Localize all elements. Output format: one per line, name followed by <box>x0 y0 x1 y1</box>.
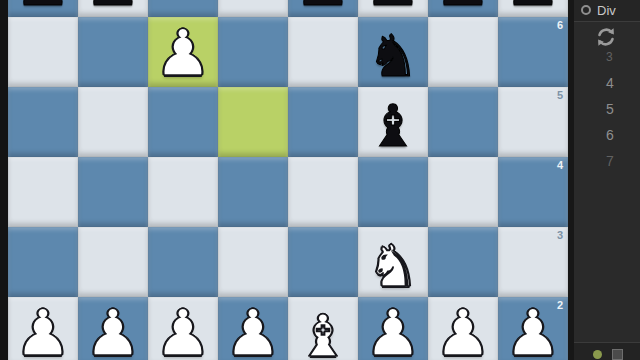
white-pawn: ♟ <box>218 297 288 360</box>
square-h4[interactable]: 4 <box>498 157 568 227</box>
square-d4[interactable] <box>218 157 288 227</box>
square-e6[interactable] <box>288 17 358 87</box>
square-h7[interactable]: ♟ <box>498 0 568 17</box>
black-bishop: ♝ <box>358 87 428 157</box>
black-pawn: ♟ <box>498 0 568 17</box>
black-pawn: ♟ <box>8 0 78 17</box>
sidebar-edge-strip <box>568 0 574 360</box>
square-a4[interactable] <box>8 157 78 227</box>
square-b2[interactable]: ♟ <box>78 297 148 360</box>
rank-label-3: 3 <box>557 229 563 241</box>
rank-label-4: 4 <box>557 159 563 171</box>
square-b3[interactable] <box>78 227 148 297</box>
black-pawn: ♟ <box>428 0 498 17</box>
white-pawn: ♟ <box>148 297 218 360</box>
square-f4[interactable] <box>358 157 428 227</box>
square-h2[interactable]: ♟2 <box>498 297 568 360</box>
sidebar-bottom-bar <box>568 343 640 360</box>
square-f2[interactable]: ♟ <box>358 297 428 360</box>
square-a6[interactable] <box>8 17 78 87</box>
square-g4[interactable] <box>428 157 498 227</box>
square-h5[interactable]: 5 <box>498 87 568 157</box>
square-e3[interactable] <box>288 227 358 297</box>
avatar[interactable] <box>612 349 623 360</box>
left-letterbox-bar <box>0 0 8 360</box>
square-h3[interactable]: 3 <box>498 227 568 297</box>
app-window: ♟♟♟♟♟♟♟♞6♝54♞3♟♟♟♟♝♟♟♟2 Div 34567 <box>0 0 640 360</box>
square-f7[interactable]: ♟ <box>358 0 428 17</box>
black-knight: ♞ <box>358 17 428 87</box>
square-a7[interactable]: ♟ <box>8 0 78 17</box>
circle-icon <box>581 5 591 15</box>
square-a3[interactable] <box>8 227 78 297</box>
square-d5[interactable] <box>218 87 288 157</box>
black-pawn: ♟ <box>288 0 358 17</box>
white-knight: ♞ <box>358 227 428 297</box>
square-f5[interactable]: ♝ <box>358 87 428 157</box>
square-g2[interactable]: ♟ <box>428 297 498 360</box>
square-g5[interactable] <box>428 87 498 157</box>
move-number[interactable]: 4 <box>568 70 640 96</box>
white-pawn: ♟ <box>148 17 218 87</box>
square-f3[interactable]: ♞ <box>358 227 428 297</box>
sidebar-header[interactable]: Div <box>568 0 640 22</box>
square-d2[interactable]: ♟ <box>218 297 288 360</box>
square-c5[interactable] <box>148 87 218 157</box>
rank-label-6: 6 <box>557 19 563 31</box>
board-grid: ♟♟♟♟♟♟♟♞6♝54♞3♟♟♟♟♝♟♟♟2 <box>8 0 568 360</box>
square-c6[interactable]: ♟ <box>148 17 218 87</box>
black-pawn: ♟ <box>358 0 428 17</box>
square-c3[interactable] <box>148 227 218 297</box>
square-c4[interactable] <box>148 157 218 227</box>
square-b4[interactable] <box>78 157 148 227</box>
square-b6[interactable] <box>78 17 148 87</box>
rank-label-5: 5 <box>557 89 563 101</box>
square-d6[interactable] <box>218 17 288 87</box>
sidebar-panel: Div 34567 <box>568 0 640 360</box>
square-b5[interactable] <box>78 87 148 157</box>
square-e5[interactable] <box>288 87 358 157</box>
square-b7[interactable]: ♟ <box>78 0 148 17</box>
square-h6[interactable]: 6 <box>498 17 568 87</box>
sidebar-title: Div <box>597 3 616 18</box>
square-d3[interactable] <box>218 227 288 297</box>
chess-board: ♟♟♟♟♟♟♟♞6♝54♞3♟♟♟♟♝♟♟♟2 <box>8 0 568 360</box>
square-g7[interactable]: ♟ <box>428 0 498 17</box>
black-pawn: ♟ <box>78 0 148 17</box>
white-pawn: ♟ <box>78 297 148 360</box>
square-g3[interactable] <box>428 227 498 297</box>
square-a5[interactable] <box>8 87 78 157</box>
square-c2[interactable]: ♟ <box>148 297 218 360</box>
white-pawn: ♟ <box>358 297 428 360</box>
square-e7[interactable]: ♟ <box>288 0 358 17</box>
online-status-dot <box>593 350 602 359</box>
square-e2[interactable]: ♝ <box>288 297 358 360</box>
square-c7[interactable] <box>148 0 218 17</box>
move-number[interactable]: 5 <box>568 96 640 122</box>
square-f6[interactable]: ♞ <box>358 17 428 87</box>
square-a2[interactable]: ♟ <box>8 297 78 360</box>
white-bishop: ♝ <box>288 297 358 360</box>
white-pawn: ♟ <box>428 297 498 360</box>
square-d7[interactable] <box>218 0 288 17</box>
move-number-list: 34567 <box>568 44 640 174</box>
rank-label-2: 2 <box>557 299 563 311</box>
square-e4[interactable] <box>288 157 358 227</box>
white-pawn: ♟ <box>8 297 78 360</box>
move-number[interactable]: 3 <box>568 44 640 70</box>
move-number[interactable]: 7 <box>568 148 640 174</box>
square-g6[interactable] <box>428 17 498 87</box>
move-number[interactable]: 6 <box>568 122 640 148</box>
